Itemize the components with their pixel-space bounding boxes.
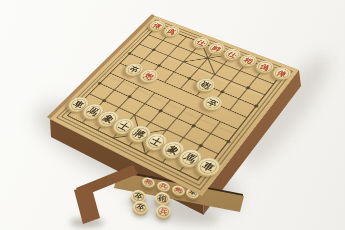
photo-scene: 相兵炮卒 <box>0 0 345 230</box>
loose-piece-red-soldier[interactable]: 兵 <box>155 203 172 218</box>
xiangqi-board: 俥傌仕帥仕相傌俥砲卒炮卒車馬象士將士象馬車 <box>50 16 299 196</box>
